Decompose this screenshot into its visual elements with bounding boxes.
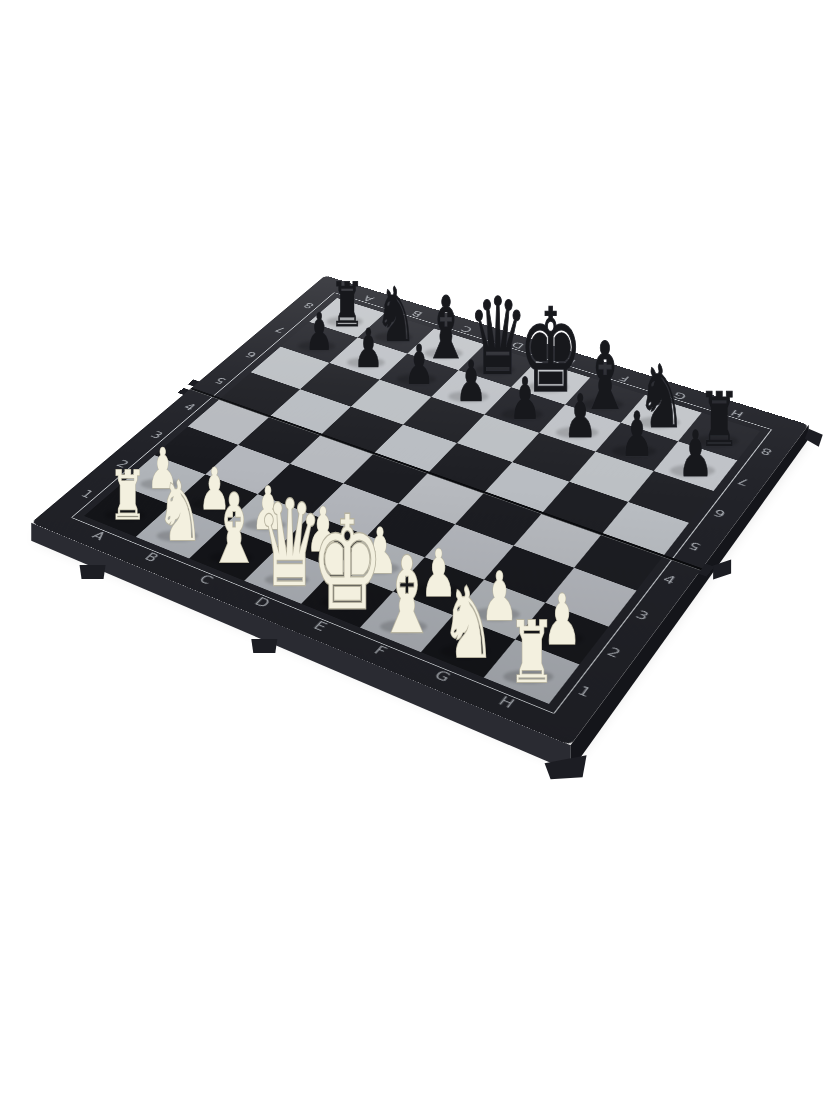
piece-black-pawn[interactable]: ♟ <box>563 382 596 452</box>
piece-black-pawn[interactable]: ♟ <box>354 317 384 380</box>
piece-white-bishop[interactable]: ♝ <box>207 473 260 585</box>
piece-black-pawn[interactable]: ♟ <box>404 332 435 397</box>
piece-white-king[interactable]: ♚ <box>311 488 383 638</box>
piece-black-pawn[interactable]: ♟ <box>620 398 654 470</box>
piece-white-rook[interactable]: ♜ <box>508 603 555 703</box>
piece-black-pawn[interactable]: ♟ <box>305 302 334 362</box>
product-photo: AABBCCDDEEFFGGHH1122334455667788 ♜♞♟♝♟♛♟… <box>0 0 825 1100</box>
piece-white-rook[interactable]: ♜ <box>109 457 147 535</box>
piece-black-pawn[interactable]: ♟ <box>455 348 487 414</box>
piece-white-knight[interactable]: ♞ <box>441 566 495 679</box>
piece-white-bishop[interactable]: ♝ <box>377 534 436 657</box>
piece-black-pawn[interactable]: ♟ <box>509 365 541 432</box>
pieces-layer: ♜♞♟♝♟♛♟♚♟♝♟♞♟♜♟♟♟♟♜♟♞♟♝♟♛♟♚♟♝♟♞♜ <box>0 0 825 1100</box>
piece-black-pawn[interactable]: ♟ <box>678 417 714 492</box>
piece-white-knight[interactable]: ♞ <box>157 464 203 560</box>
